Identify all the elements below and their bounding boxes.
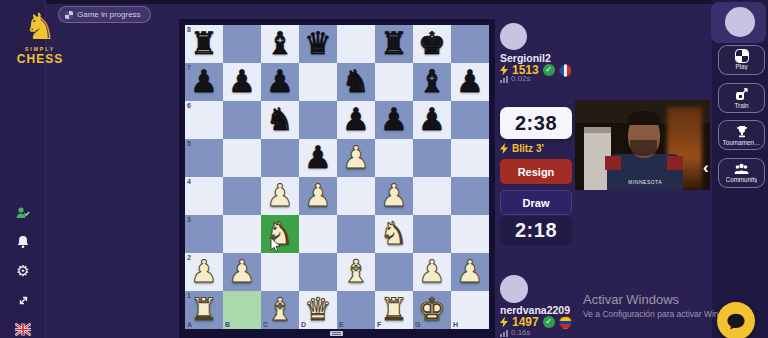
- square-g7[interactable]: ♝: [413, 63, 451, 101]
- game-in-progress-pill[interactable]: Game in progress: [58, 6, 151, 23]
- square-d6[interactable]: [299, 101, 337, 139]
- bell-icon: [16, 235, 30, 249]
- piece-white-rook-a1[interactable]: ♜: [185, 291, 223, 329]
- rank-label: 4: [187, 178, 191, 185]
- france-flag-icon: [559, 64, 572, 77]
- square-e6[interactable]: ♟: [337, 101, 375, 139]
- uk-flag-icon: [15, 323, 31, 336]
- nav-play-label: Play: [735, 63, 747, 70]
- square-g8[interactable]: ♚: [413, 25, 451, 63]
- square-f5[interactable]: [375, 139, 413, 177]
- square-f7[interactable]: [375, 63, 413, 101]
- fullscreen-button[interactable]: [15, 292, 31, 308]
- signal-bars-icon: [500, 330, 508, 337]
- expand-arrows-icon: [17, 294, 30, 307]
- chat-button[interactable]: [717, 302, 755, 338]
- piece-black-pawn-c7[interactable]: ♟: [261, 63, 299, 101]
- square-b6[interactable]: [223, 101, 261, 139]
- square-g6[interactable]: ♟: [413, 101, 451, 139]
- piece-white-bishop-c1[interactable]: ♝: [261, 291, 299, 329]
- bottom-player-latency-row: 0.16s: [500, 328, 531, 337]
- square-c8[interactable]: ♝: [261, 25, 299, 63]
- square-c7[interactable]: ♟: [261, 63, 299, 101]
- piece-black-king-g8[interactable]: ♚: [413, 25, 451, 63]
- square-f3[interactable]: ♞: [375, 215, 413, 253]
- square-f8[interactable]: ♜: [375, 25, 413, 63]
- user-avatar[interactable]: [725, 7, 755, 37]
- square-g4[interactable]: [413, 177, 451, 215]
- piece-white-pawn-a2[interactable]: ♟: [185, 253, 223, 291]
- square-h3[interactable]: [451, 215, 489, 253]
- square-c3[interactable]: ♞: [261, 215, 299, 253]
- top-player-clock: 2:38: [500, 107, 572, 139]
- signal-bars-icon: [500, 76, 508, 83]
- square-d5[interactable]: ♟: [299, 139, 337, 177]
- piece-white-queen-d1[interactable]: ♛: [299, 291, 337, 329]
- gear-icon: ⚙: [16, 262, 29, 280]
- square-d3[interactable]: [299, 215, 337, 253]
- nav-community-button[interactable]: Community: [718, 158, 765, 188]
- square-f6[interactable]: ♟: [375, 101, 413, 139]
- square-c4[interactable]: ♟: [261, 177, 299, 215]
- piece-black-pawn-e6[interactable]: ♟: [337, 101, 375, 139]
- square-e2[interactable]: ♝: [337, 253, 375, 291]
- app-window: ♞ SIMPLY CHESS ⚙: [0, 0, 768, 338]
- piece-white-pawn-b2[interactable]: ♟: [223, 253, 261, 291]
- verified-badge-icon: ✓: [543, 64, 555, 76]
- square-h2[interactable]: ♟: [451, 253, 489, 291]
- resign-button[interactable]: Resign: [500, 159, 572, 184]
- piece-black-knight-c6[interactable]: ♞: [261, 101, 299, 139]
- blitz-bolt-icon: [500, 317, 508, 328]
- rank-label: 6: [187, 102, 191, 109]
- nav-play-button[interactable]: Play: [718, 45, 765, 75]
- file-label: H: [453, 321, 458, 328]
- file-label: B: [225, 321, 230, 328]
- piece-white-bishop-e2[interactable]: ♝: [337, 253, 375, 291]
- nav-train-button[interactable]: Train: [718, 83, 765, 113]
- status-pill-label: Game in progress: [77, 10, 141, 19]
- piece-white-knight-c3[interactable]: ♞: [261, 215, 299, 253]
- square-a3[interactable]: 3: [185, 215, 223, 253]
- square-a7[interactable]: 7♟: [185, 63, 223, 101]
- square-b5[interactable]: [223, 139, 261, 177]
- draw-button[interactable]: Draw: [500, 190, 572, 215]
- piece-black-bishop-c8[interactable]: ♝: [261, 25, 299, 63]
- square-f1[interactable]: F♜: [375, 291, 413, 329]
- windows-watermark-line2: Ve a Configuración para activar Window: [583, 309, 733, 319]
- piece-white-rook-f1[interactable]: ♜: [375, 291, 413, 329]
- square-d4[interactable]: ♟: [299, 177, 337, 215]
- left-rail-icons: ⚙: [0, 205, 46, 337]
- piece-white-knight-f3[interactable]: ♞: [375, 215, 413, 253]
- top-player-avatar[interactable]: [500, 23, 527, 50]
- nav-train-label: Train: [734, 102, 748, 109]
- webcam-person-hair: [628, 111, 660, 125]
- knight-logo-icon: ♞: [14, 8, 66, 46]
- board-menu-button[interactable]: [330, 331, 343, 336]
- piece-white-pawn-g2[interactable]: ♟: [413, 253, 451, 291]
- piece-black-rook-f8[interactable]: ♜: [375, 25, 413, 63]
- square-h8[interactable]: [451, 25, 489, 63]
- notifications-button[interactable]: [15, 234, 31, 250]
- square-d2[interactable]: [299, 253, 337, 291]
- square-a4[interactable]: 4: [185, 177, 223, 215]
- nav-tournaments-label: Tournamen…: [723, 139, 761, 146]
- piece-black-bishop-g7[interactable]: ♝: [413, 63, 451, 101]
- blitz-bolt-icon: [500, 143, 508, 154]
- webcam-person-beard: [630, 140, 657, 156]
- square-a2[interactable]: 2♟: [185, 253, 223, 291]
- bottom-player-latency: 0.16s: [511, 328, 531, 337]
- square-g1[interactable]: G♚: [413, 291, 451, 329]
- square-g5[interactable]: [413, 139, 451, 177]
- person-check-icon: [15, 205, 31, 221]
- square-h1[interactable]: H: [451, 291, 489, 329]
- piece-black-pawn-h7[interactable]: ♟: [451, 63, 489, 101]
- piece-black-pawn-a7[interactable]: ♟: [185, 63, 223, 101]
- windows-watermark-line1: Activar Windows: [583, 292, 679, 307]
- webcam-shoulder-right: [667, 156, 683, 170]
- file-label: E: [339, 321, 344, 328]
- webcam-shoulder-left: [605, 156, 621, 170]
- bottom-player-avatar[interactable]: [500, 275, 528, 303]
- square-d1[interactable]: D♛: [299, 291, 337, 329]
- rank-label: 5: [187, 140, 191, 147]
- community-people-icon: [734, 163, 749, 175]
- chat-bubble-icon: [726, 311, 746, 331]
- square-a8[interactable]: 8♜: [185, 25, 223, 63]
- square-e4[interactable]: [337, 177, 375, 215]
- chess-board: 8♜♝♛♜♚7♟♟♟♞♝♟6♞♟♟♟5♟♟4♟♟♟3♞♞2♟♟♝♟♟1A♜BC♝…: [185, 25, 489, 329]
- play-board-icon: [736, 50, 748, 62]
- square-b3[interactable]: [223, 215, 261, 253]
- board-frame: 8♜♝♛♜♚7♟♟♟♞♝♟6♞♟♟♟5♟♟4♟♟♟3♞♞2♟♟♝♟♟1A♜BC♝…: [179, 19, 495, 338]
- webcam-video: MINNESOTA: [575, 100, 710, 190]
- square-b8[interactable]: [223, 25, 261, 63]
- bottom-player-rating: 1497: [512, 315, 539, 329]
- square-h7[interactable]: ♟: [451, 63, 489, 101]
- piece-black-pawn-d5[interactable]: ♟: [299, 139, 337, 177]
- square-a5[interactable]: 5: [185, 139, 223, 177]
- settings-button[interactable]: ⚙: [15, 263, 31, 279]
- square-c2[interactable]: [261, 253, 299, 291]
- top-player-latency-row: 0.02s: [500, 74, 531, 83]
- square-g3[interactable]: [413, 215, 451, 253]
- square-h5[interactable]: [451, 139, 489, 177]
- language-button[interactable]: [15, 321, 31, 337]
- piece-black-queen-d8[interactable]: ♛: [299, 25, 337, 63]
- piece-white-pawn-c4[interactable]: ♟: [261, 177, 299, 215]
- square-a6[interactable]: 6: [185, 101, 223, 139]
- venezuela-flag-icon: [559, 316, 572, 329]
- brand-line2: CHESS: [14, 52, 66, 66]
- nav-community-label: Community: [726, 176, 758, 183]
- piece-black-rook-a8[interactable]: ♜: [185, 25, 223, 63]
- square-f4[interactable]: ♟: [375, 177, 413, 215]
- square-e8[interactable]: [337, 25, 375, 63]
- square-b2[interactable]: ♟: [223, 253, 261, 291]
- square-c1[interactable]: C♝: [261, 291, 299, 329]
- verified-badge-icon: ✓: [543, 316, 555, 328]
- square-b4[interactable]: [223, 177, 261, 215]
- collapse-sidebar-chevron[interactable]: ‹: [703, 158, 709, 178]
- square-b1[interactable]: B: [223, 291, 261, 329]
- top-border: [0, 0, 768, 4]
- square-a1[interactable]: 1A♜: [185, 291, 223, 329]
- square-h4[interactable]: [451, 177, 489, 215]
- top-player-latency: 0.02s: [511, 74, 531, 83]
- time-control-label: Blitz 3': [512, 143, 544, 154]
- piece-white-pawn-e5[interactable]: ♟: [337, 139, 375, 177]
- bottom-player-clock: 2:18: [500, 216, 572, 245]
- brand-logo[interactable]: ♞ SIMPLY CHESS: [14, 8, 66, 66]
- piece-black-pawn-g6[interactable]: ♟: [413, 101, 451, 139]
- time-control-row: Blitz 3': [500, 143, 544, 154]
- square-c5[interactable]: [261, 139, 299, 177]
- square-d7[interactable]: [299, 63, 337, 101]
- square-d8[interactable]: ♛: [299, 25, 337, 63]
- square-e5[interactable]: ♟: [337, 139, 375, 177]
- square-g2[interactable]: ♟: [413, 253, 451, 291]
- piece-black-pawn-f6[interactable]: ♟: [375, 101, 413, 139]
- piece-white-king-g1[interactable]: ♚: [413, 291, 451, 329]
- webcam-shirt-text: MINNESOTA: [616, 179, 675, 185]
- rank-label: 3: [187, 216, 191, 223]
- trophy-icon: [735, 125, 749, 138]
- train-puzzle-icon: [735, 88, 748, 101]
- square-f2[interactable]: [375, 253, 413, 291]
- piece-white-pawn-d4[interactable]: ♟: [299, 177, 337, 215]
- piece-white-pawn-f4[interactable]: ♟: [375, 177, 413, 215]
- square-e7[interactable]: ♞: [337, 63, 375, 101]
- square-e1[interactable]: E: [337, 291, 375, 329]
- nav-tournaments-button[interactable]: Tournamen…: [718, 120, 765, 150]
- square-c6[interactable]: ♞: [261, 101, 299, 139]
- friends-online-button[interactable]: [15, 205, 31, 221]
- square-b7[interactable]: ♟: [223, 63, 261, 101]
- bottom-player-rating-row: 1497 ✓: [500, 315, 572, 329]
- piece-black-pawn-b7[interactable]: ♟: [223, 63, 261, 101]
- mini-board-icon: [65, 11, 73, 19]
- square-e3[interactable]: [337, 215, 375, 253]
- piece-white-pawn-h2[interactable]: ♟: [451, 253, 489, 291]
- piece-black-knight-e7[interactable]: ♞: [337, 63, 375, 101]
- square-h6[interactable]: [451, 101, 489, 139]
